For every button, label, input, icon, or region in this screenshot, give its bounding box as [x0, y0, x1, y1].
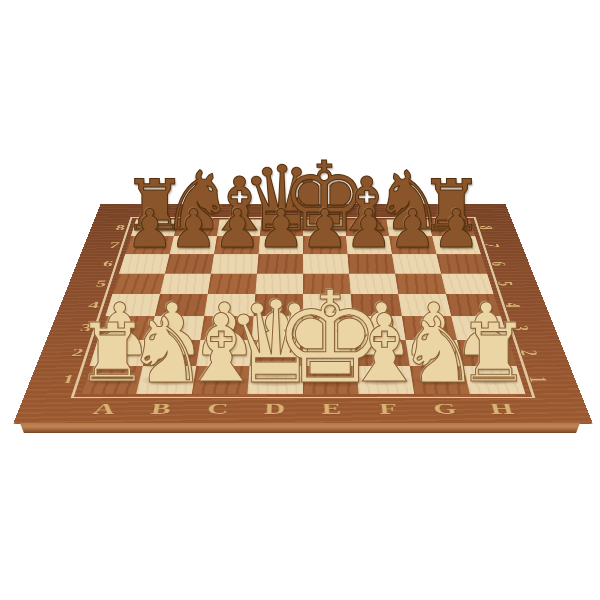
piece-white-rook-h1[interactable]: ♜: [453, 313, 534, 394]
file-label-h: H: [488, 400, 516, 418]
rank-label-left-6: 6: [101, 259, 114, 268]
board-side-edge: [20, 423, 580, 433]
rank-label-right-6: 6: [486, 262, 509, 266]
rank-label-left-7: 7: [108, 241, 120, 250]
rank-label-right-7: 7: [480, 243, 502, 247]
piece-black-pawn-h7[interactable]: ♟: [430, 202, 483, 255]
chess-board-photo: ABCDEFGH1122334455667788 ♜♞♝♛♚♝♞♜♟♟♟♟♟♟♟…: [0, 0, 600, 600]
rank-label-right-5: 5: [493, 282, 517, 286]
file-label-a: A: [91, 400, 117, 418]
